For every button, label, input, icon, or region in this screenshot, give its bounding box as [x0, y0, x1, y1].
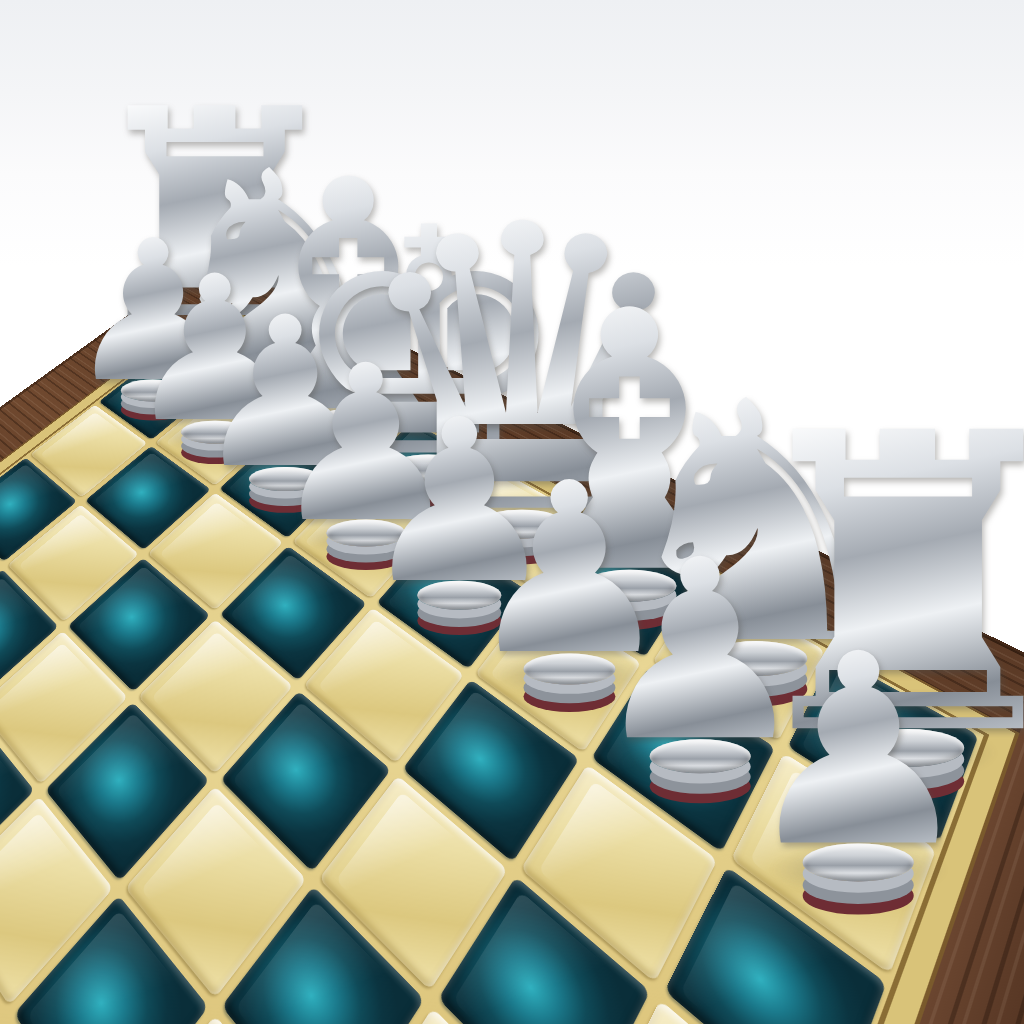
pieces-layer: ♜♞♝♛♚♝♞♜♟♟♟♟♟♟♟♟: [0, 0, 1024, 1024]
product-photo-stage: ♜♞♝♛♚♝♞♜♟♟♟♟♟♟♟♟: [0, 0, 1024, 1024]
pawn-glyph: ♟: [740, 646, 977, 857]
piece-base: [803, 844, 914, 882]
piece-base: [650, 739, 750, 773]
piece-white-pawn-a2[interactable]: ♟: [740, 646, 977, 882]
